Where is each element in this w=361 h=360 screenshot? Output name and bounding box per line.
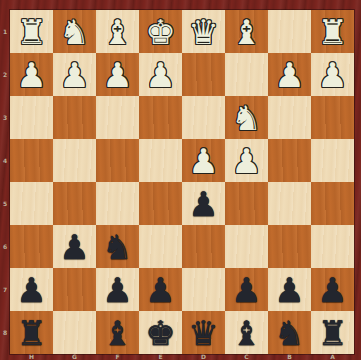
- file-label-c: C: [225, 353, 268, 360]
- white-pawn[interactable]: ♟: [139, 53, 182, 96]
- square-d7[interactable]: [182, 268, 225, 311]
- square-d8[interactable]: ♛: [182, 311, 225, 354]
- square-h6[interactable]: [10, 225, 53, 268]
- square-a6[interactable]: [311, 225, 354, 268]
- square-c7[interactable]: ♟: [225, 268, 268, 311]
- square-h5[interactable]: [10, 182, 53, 225]
- square-e8[interactable]: ♚: [139, 311, 182, 354]
- black-knight[interactable]: ♞: [268, 311, 311, 354]
- file-label-f: F: [96, 353, 139, 360]
- square-e6[interactable]: [139, 225, 182, 268]
- square-c3[interactable]: ♞: [225, 96, 268, 139]
- white-pawn[interactable]: ♟: [225, 139, 268, 182]
- white-knight[interactable]: ♞: [225, 96, 268, 139]
- rank-label-8: 8: [0, 311, 10, 354]
- square-g3[interactable]: [53, 96, 96, 139]
- square-c4[interactable]: ♟: [225, 139, 268, 182]
- square-c8[interactable]: ♝: [225, 311, 268, 354]
- white-pawn[interactable]: ♟: [311, 53, 354, 96]
- file-label-d: D: [182, 353, 225, 360]
- black-pawn[interactable]: ♟: [96, 268, 139, 311]
- square-d3[interactable]: [182, 96, 225, 139]
- square-d6[interactable]: [182, 225, 225, 268]
- square-a3[interactable]: [311, 96, 354, 139]
- white-bishop[interactable]: ♝: [225, 10, 268, 53]
- black-pawn[interactable]: ♟: [139, 268, 182, 311]
- square-d1[interactable]: ♛: [182, 10, 225, 53]
- white-rook[interactable]: ♜: [311, 10, 354, 53]
- square-e7[interactable]: ♟: [139, 268, 182, 311]
- file-label-a: A: [311, 353, 354, 360]
- square-b7[interactable]: ♟: [268, 268, 311, 311]
- file-label-h: H: [10, 353, 53, 360]
- square-a7[interactable]: ♟: [311, 268, 354, 311]
- square-g6[interactable]: ♟: [53, 225, 96, 268]
- black-rook[interactable]: ♜: [10, 311, 53, 354]
- black-pawn[interactable]: ♟: [225, 268, 268, 311]
- black-bishop[interactable]: ♝: [225, 311, 268, 354]
- square-h3[interactable]: [10, 96, 53, 139]
- square-a5[interactable]: [311, 182, 354, 225]
- white-pawn[interactable]: ♟: [10, 53, 53, 96]
- black-rook[interactable]: ♜: [311, 311, 354, 354]
- white-rook[interactable]: ♜: [10, 10, 53, 53]
- square-c5[interactable]: [225, 182, 268, 225]
- square-e3[interactable]: [139, 96, 182, 139]
- white-pawn[interactable]: ♟: [268, 53, 311, 96]
- square-c6[interactable]: [225, 225, 268, 268]
- black-pawn[interactable]: ♟: [10, 268, 53, 311]
- square-f8[interactable]: ♝: [96, 311, 139, 354]
- square-b1[interactable]: [268, 10, 311, 53]
- square-b6[interactable]: [268, 225, 311, 268]
- square-f7[interactable]: ♟: [96, 268, 139, 311]
- black-pawn[interactable]: ♟: [268, 268, 311, 311]
- square-a8[interactable]: ♜: [311, 311, 354, 354]
- square-f4[interactable]: [96, 139, 139, 182]
- black-pawn[interactable]: ♟: [311, 268, 354, 311]
- square-a4[interactable]: [311, 139, 354, 182]
- square-h8[interactable]: ♜: [10, 311, 53, 354]
- rank-label-4: 4: [0, 139, 10, 182]
- square-g8[interactable]: [53, 311, 96, 354]
- square-b8[interactable]: ♞: [268, 311, 311, 354]
- square-a2[interactable]: ♟: [311, 53, 354, 96]
- white-pawn[interactable]: ♟: [53, 53, 96, 96]
- square-g1[interactable]: ♞: [53, 10, 96, 53]
- square-b2[interactable]: ♟: [268, 53, 311, 96]
- white-king[interactable]: ♚: [139, 10, 182, 53]
- rank-label-7: 7: [0, 268, 10, 311]
- black-queen[interactable]: ♛: [182, 311, 225, 354]
- white-knight[interactable]: ♞: [53, 10, 96, 53]
- square-d2[interactable]: [182, 53, 225, 96]
- square-f3[interactable]: [96, 96, 139, 139]
- square-g5[interactable]: [53, 182, 96, 225]
- square-e5[interactable]: [139, 182, 182, 225]
- white-bishop[interactable]: ♝: [96, 10, 139, 53]
- square-e4[interactable]: [139, 139, 182, 182]
- square-g7[interactable]: [53, 268, 96, 311]
- file-label-g: G: [53, 353, 96, 360]
- square-g2[interactable]: ♟: [53, 53, 96, 96]
- chess-board-frame: ♜♞♝♚♛♝♜♟♟♟♟♟♟♞♟♟♟♟♞♟♟♟♟♟♟♜♝♚♛♝♞♜ 1234567…: [0, 0, 361, 360]
- black-pawn[interactable]: ♟: [53, 225, 96, 268]
- square-b4[interactable]: [268, 139, 311, 182]
- square-d4[interactable]: ♟: [182, 139, 225, 182]
- square-f2[interactable]: ♟: [96, 53, 139, 96]
- black-knight[interactable]: ♞: [96, 225, 139, 268]
- rank-label-1: 1: [0, 10, 10, 53]
- black-bishop[interactable]: ♝: [96, 311, 139, 354]
- square-h1[interactable]: ♜: [10, 10, 53, 53]
- file-label-b: B: [268, 353, 311, 360]
- white-pawn[interactable]: ♟: [182, 139, 225, 182]
- square-h7[interactable]: ♟: [10, 268, 53, 311]
- black-king[interactable]: ♚: [139, 311, 182, 354]
- square-h2[interactable]: ♟: [10, 53, 53, 96]
- white-queen[interactable]: ♛: [182, 10, 225, 53]
- rank-label-3: 3: [0, 96, 10, 139]
- rank-label-6: 6: [0, 225, 10, 268]
- white-pawn[interactable]: ♟: [96, 53, 139, 96]
- rank-label-2: 2: [0, 53, 10, 96]
- square-d5[interactable]: ♟: [182, 182, 225, 225]
- rank-label-5: 5: [0, 182, 10, 225]
- square-b3[interactable]: [268, 96, 311, 139]
- square-h4[interactable]: [10, 139, 53, 182]
- file-label-e: E: [139, 353, 182, 360]
- square-a1[interactable]: ♜: [311, 10, 354, 53]
- square-c1[interactable]: ♝: [225, 10, 268, 53]
- black-pawn[interactable]: ♟: [182, 182, 225, 225]
- square-f1[interactable]: ♝: [96, 10, 139, 53]
- square-e1[interactable]: ♚: [139, 10, 182, 53]
- square-g4[interactable]: [53, 139, 96, 182]
- square-f6[interactable]: ♞: [96, 225, 139, 268]
- square-c2[interactable]: [225, 53, 268, 96]
- square-b5[interactable]: [268, 182, 311, 225]
- chess-board: ♜♞♝♚♛♝♜♟♟♟♟♟♟♞♟♟♟♟♞♟♟♟♟♟♟♜♝♚♛♝♞♜: [10, 10, 354, 354]
- square-e2[interactable]: ♟: [139, 53, 182, 96]
- square-f5[interactable]: [96, 182, 139, 225]
